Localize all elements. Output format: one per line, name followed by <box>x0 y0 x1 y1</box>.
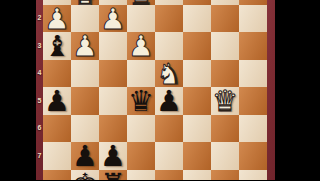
square-r8-c3[interactable]: ♜ <box>99 170 127 181</box>
rank-label-6: 6 <box>36 124 43 132</box>
chess-board[interactable]: ♚♜♟♟♝♟♟♞♟♛♟♛♟♟♚♜ <box>43 0 267 180</box>
square-r7-c3[interactable]: ♟ <box>99 142 127 170</box>
piece-black-K[interactable]: ♚ <box>71 170 99 181</box>
square-r5-c8[interactable] <box>239 87 267 115</box>
square-r6-c7[interactable] <box>211 115 239 143</box>
square-r7-c2[interactable]: ♟ <box>71 142 99 170</box>
square-r7-c6[interactable] <box>183 142 211 170</box>
piece-white-N[interactable]: ♞ <box>155 60 183 88</box>
square-r7-c7[interactable] <box>211 142 239 170</box>
square-r6-c4[interactable] <box>127 115 155 143</box>
square-r6-c3[interactable] <box>99 115 127 143</box>
square-r2-c4[interactable] <box>127 5 155 33</box>
square-r8-c5[interactable] <box>155 170 183 181</box>
square-r2-c8[interactable] <box>239 5 267 33</box>
square-r4-c5[interactable]: ♞ <box>155 60 183 88</box>
square-r3-c5[interactable] <box>155 32 183 60</box>
square-r5-c2[interactable] <box>71 87 99 115</box>
square-r8-c4[interactable] <box>127 170 155 181</box>
square-r6-c2[interactable] <box>71 115 99 143</box>
square-r4-c2[interactable] <box>71 60 99 88</box>
rank-label-7: 7 <box>36 152 43 160</box>
rank-label-2: 2 <box>36 14 43 22</box>
square-r5-c4[interactable]: ♛ <box>127 87 155 115</box>
piece-white-P[interactable]: ♟ <box>99 5 127 33</box>
square-r5-c5[interactable]: ♟ <box>155 87 183 115</box>
piece-black-Q[interactable]: ♛ <box>127 87 155 115</box>
square-r6-c1[interactable] <box>43 115 71 143</box>
piece-black-R[interactable]: ♜ <box>99 170 127 181</box>
square-r7-c8[interactable] <box>239 142 267 170</box>
square-r2-c3[interactable]: ♟ <box>99 5 127 33</box>
piece-black-P[interactable]: ♟ <box>99 142 127 170</box>
square-r8-c6[interactable] <box>183 170 211 181</box>
piece-white-Q[interactable]: ♛ <box>211 87 239 115</box>
square-r8-c8[interactable] <box>239 170 267 181</box>
square-r2-c1[interactable]: ♟ <box>43 5 71 33</box>
square-r4-c4[interactable] <box>127 60 155 88</box>
square-r3-c4[interactable]: ♟ <box>127 32 155 60</box>
square-r4-c3[interactable] <box>99 60 127 88</box>
square-r8-c2[interactable]: ♚ <box>71 170 99 181</box>
square-r7-c1[interactable] <box>43 142 71 170</box>
piece-black-P[interactable]: ♟ <box>71 142 99 170</box>
square-r5-c6[interactable] <box>183 87 211 115</box>
square-r6-c6[interactable] <box>183 115 211 143</box>
square-r2-c2[interactable] <box>71 5 99 33</box>
square-r4-c6[interactable] <box>183 60 211 88</box>
piece-white-P[interactable]: ♟ <box>43 5 71 33</box>
square-r7-c4[interactable] <box>127 142 155 170</box>
square-r4-c8[interactable] <box>239 60 267 88</box>
board-frame-right <box>267 0 275 180</box>
square-r7-c5[interactable] <box>155 142 183 170</box>
piece-white-P[interactable]: ♟ <box>127 32 155 60</box>
left-black-bar <box>0 0 36 180</box>
rank-label-3: 3 <box>36 42 43 50</box>
square-r2-c7[interactable] <box>211 5 239 33</box>
square-r3-c3[interactable] <box>99 32 127 60</box>
chess-thumbnail: ♚♜♟♟♝♟♟♞♟♛♟♛♟♟♚♜ 234567 <box>0 0 320 180</box>
square-r5-c3[interactable] <box>99 87 127 115</box>
square-r8-c7[interactable] <box>211 170 239 181</box>
piece-black-B[interactable]: ♝ <box>43 32 71 60</box>
piece-white-P[interactable]: ♟ <box>71 32 99 60</box>
square-r3-c7[interactable] <box>211 32 239 60</box>
square-r4-c7[interactable] <box>211 60 239 88</box>
square-r5-c1[interactable]: ♟ <box>43 87 71 115</box>
square-r8-c1[interactable] <box>43 170 71 181</box>
square-r5-c7[interactable]: ♛ <box>211 87 239 115</box>
square-r6-c8[interactable] <box>239 115 267 143</box>
square-r4-c1[interactable] <box>43 60 71 88</box>
piece-black-P[interactable]: ♟ <box>155 87 183 115</box>
square-r2-c6[interactable] <box>183 5 211 33</box>
rank-label-5: 5 <box>36 97 43 105</box>
square-r6-c5[interactable] <box>155 115 183 143</box>
square-r3-c1[interactable]: ♝ <box>43 32 71 60</box>
right-black-bar <box>275 0 320 180</box>
rank-label-4: 4 <box>36 69 43 77</box>
square-r2-c5[interactable] <box>155 5 183 33</box>
square-r3-c8[interactable] <box>239 32 267 60</box>
square-r3-c6[interactable] <box>183 32 211 60</box>
piece-black-P[interactable]: ♟ <box>43 87 71 115</box>
square-r3-c2[interactable]: ♟ <box>71 32 99 60</box>
